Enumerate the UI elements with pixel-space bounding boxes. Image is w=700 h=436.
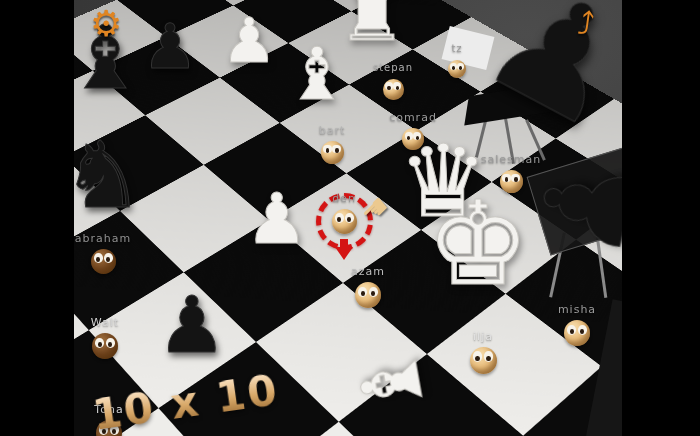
- game-stage: ♟♟ ♝♟♟♜♝♞♟♛♚♟♝stepantzcomradbartsalesman…: [0, 0, 700, 436]
- player-name-label: comrad: [389, 111, 437, 124]
- player-name-label: azam: [351, 265, 385, 278]
- player-token-misha: [564, 320, 590, 346]
- token-eye: [567, 325, 576, 335]
- token-eye: [335, 213, 344, 223]
- white-king-piece[interactable]: ♚: [426, 186, 530, 302]
- fallen-white-bishop-piece[interactable]: ♝: [346, 341, 437, 426]
- token-eye: [511, 174, 519, 183]
- token-eye: [484, 351, 494, 361]
- settings-gear-icon[interactable]: ⚙: [90, 6, 122, 42]
- player-token-stepan: [383, 79, 404, 100]
- token-eye: [358, 287, 367, 297]
- token-eye: [369, 287, 378, 297]
- letterbox-right: [622, 0, 700, 436]
- token-eye: [345, 213, 354, 223]
- token-eye: [94, 253, 103, 263]
- token-eye: [502, 174, 510, 183]
- player-name-label: tz: [451, 43, 462, 54]
- selection-arrow: [340, 239, 348, 247]
- token-eye: [104, 253, 113, 263]
- token-eye: [473, 351, 483, 361]
- player-token-comrad: [402, 128, 424, 150]
- token-eye: [405, 132, 413, 140]
- black-pawn-piece[interactable]: ♟: [157, 286, 227, 364]
- player-token-tz: [448, 60, 466, 78]
- player-token-salesman: [500, 170, 523, 193]
- white-pawn-piece[interactable]: ♟: [221, 10, 277, 72]
- player-name-label: abraham: [75, 232, 131, 245]
- black-pawn-piece[interactable]: ♟: [142, 16, 198, 78]
- token-eye: [106, 338, 115, 348]
- player-token-walt: [92, 333, 118, 359]
- selection-arrow-head: [335, 247, 353, 260]
- white-pawn-piece[interactable]: ♟: [246, 184, 309, 254]
- token-eye: [95, 338, 104, 348]
- player-name-label: salesman: [481, 153, 541, 166]
- player-name-label: misha: [558, 303, 596, 316]
- token-eye: [332, 145, 340, 154]
- token-eye: [393, 82, 401, 90]
- black-knight-piece[interactable]: ♞: [62, 130, 144, 222]
- token-eye: [385, 82, 393, 90]
- player-name-label: den: [332, 192, 356, 205]
- letterbox-left: [0, 0, 74, 436]
- token-eye: [413, 132, 421, 140]
- player-token-ilja: [470, 347, 497, 374]
- player-name-label: bart: [319, 124, 346, 137]
- player-token-abraham: [91, 249, 116, 274]
- player-name-label: stepan: [373, 62, 413, 73]
- token-eye: [457, 63, 463, 70]
- player-token-bart: [321, 141, 344, 164]
- token-eye: [323, 145, 331, 154]
- token-eye: [450, 63, 456, 70]
- player-token-azam: [355, 282, 381, 308]
- player-name-label: Walt: [91, 316, 119, 329]
- white-bishop-piece[interactable]: ♝: [285, 38, 350, 110]
- player-token-den: [332, 209, 357, 234]
- player-name-label: ilja: [473, 330, 493, 343]
- token-eye: [578, 325, 587, 335]
